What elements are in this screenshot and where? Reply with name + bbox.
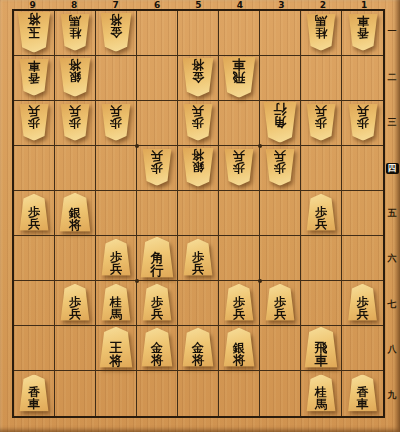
- board-cell[interactable]: 桂馬: [55, 11, 96, 56]
- piece-kanji: 金将: [110, 14, 122, 38]
- board-cell[interactable]: 歩兵: [260, 281, 301, 326]
- board-cell[interactable]: [178, 281, 219, 326]
- shogi-piece-sente[interactable]: 歩兵: [60, 284, 90, 321]
- board-cell[interactable]: 歩兵: [342, 101, 383, 146]
- piece-kanji: 銀将: [233, 341, 245, 365]
- piece-kanji: 金将: [151, 341, 163, 365]
- piece-kanji: 銀将: [69, 59, 81, 83]
- shogi-piece-gote[interactable]: 金将: [100, 13, 132, 52]
- board-cell[interactable]: [137, 56, 178, 101]
- board-cell[interactable]: 歩兵: [14, 101, 55, 146]
- board-cell[interactable]: 歩兵: [96, 236, 137, 281]
- shogi-piece-gote[interactable]: 玉将: [17, 12, 51, 53]
- board-cell[interactable]: [301, 281, 342, 326]
- rank-label: 四: [384, 145, 400, 190]
- rank-label: 一: [384, 9, 400, 54]
- board-cell[interactable]: [219, 236, 260, 281]
- rank-labels: 一二三四五六七八九: [384, 9, 400, 418]
- piece-kanji: 歩兵: [28, 205, 40, 229]
- piece-kanji: 銀将: [69, 206, 81, 230]
- shogi-piece-sente[interactable]: 香車: [19, 374, 49, 411]
- board-cell[interactable]: 香車: [342, 371, 383, 416]
- shogi-piece-gote[interactable]: 飛車: [222, 57, 256, 98]
- shogi-piece-sente[interactable]: 香車: [348, 374, 378, 411]
- shogi-piece-gote[interactable]: 歩兵: [348, 104, 378, 141]
- board-cell[interactable]: [55, 146, 96, 191]
- piece-kanji: 歩兵: [315, 205, 327, 229]
- board-cell[interactable]: [301, 236, 342, 281]
- board-cell[interactable]: 歩兵: [260, 146, 301, 191]
- hoshi-dot: [258, 279, 262, 283]
- board-cell[interactable]: 歩兵: [178, 101, 219, 146]
- board-cell[interactable]: 金将: [178, 56, 219, 101]
- shogi-piece-sente[interactable]: 桂馬: [101, 284, 131, 321]
- shogi-piece-gote[interactable]: 歩兵: [19, 104, 49, 141]
- board-cell[interactable]: [219, 11, 260, 56]
- shogi-piece-gote[interactable]: 歩兵: [183, 104, 213, 141]
- shogi-piece-gote[interactable]: 金将: [182, 58, 214, 97]
- board-cell[interactable]: [137, 191, 178, 236]
- board-cell[interactable]: 香車: [342, 11, 383, 56]
- rank-label-highlight: 四: [386, 163, 399, 174]
- shogi-piece-gote[interactable]: 銀将: [182, 148, 214, 187]
- board-cell[interactable]: [14, 281, 55, 326]
- shogi-piece-sente[interactable]: 歩兵: [101, 239, 131, 276]
- board-cell[interactable]: 歩兵: [55, 101, 96, 146]
- shogi-piece-gote[interactable]: 歩兵: [224, 149, 254, 186]
- board-cell[interactable]: 銀将: [219, 326, 260, 371]
- shogi-piece-gote[interactable]: 銀将: [59, 58, 91, 97]
- board-cell[interactable]: [219, 371, 260, 416]
- board-cell[interactable]: [301, 56, 342, 101]
- shogi-piece-sente[interactable]: 歩兵: [265, 284, 295, 321]
- shogi-piece-gote[interactable]: 香車: [19, 59, 49, 96]
- piece-kanji: 歩兵: [233, 150, 245, 174]
- piece-kanji: 桂馬: [315, 15, 327, 39]
- board-cell[interactable]: [14, 146, 55, 191]
- shogi-piece-sente[interactable]: 歩兵: [306, 194, 336, 231]
- board-cell[interactable]: 桂馬: [96, 281, 137, 326]
- piece-kanji: 香車: [357, 386, 369, 410]
- piece-kanji: 金将: [192, 341, 204, 365]
- board-cell[interactable]: [342, 191, 383, 236]
- piece-kanji: 歩兵: [110, 105, 122, 129]
- board-cell[interactable]: [342, 326, 383, 371]
- board-cell[interactable]: 桂馬: [301, 11, 342, 56]
- board-cell[interactable]: 香車: [14, 56, 55, 101]
- board-cell[interactable]: [96, 191, 137, 236]
- board-cell[interactable]: [137, 101, 178, 146]
- board-cell[interactable]: [178, 11, 219, 56]
- board-cell[interactable]: [342, 236, 383, 281]
- piece-kanji: 歩兵: [192, 250, 204, 274]
- board-cell[interactable]: 歩兵: [219, 281, 260, 326]
- board-cell[interactable]: 歩兵: [301, 191, 342, 236]
- piece-kanji: 歩兵: [274, 150, 286, 174]
- piece-kanji: 歩兵: [233, 295, 245, 319]
- board-cell[interactable]: 玉将: [14, 11, 55, 56]
- piece-kanji: 香車: [28, 386, 40, 410]
- board-cell[interactable]: [55, 326, 96, 371]
- board-cell[interactable]: [342, 56, 383, 101]
- shogi-board: 玉将桂馬金将桂馬香車香車銀将金将飛車歩兵歩兵歩兵歩兵角行歩兵歩兵歩兵銀将歩兵歩兵…: [12, 9, 385, 418]
- board-cell[interactable]: [14, 326, 55, 371]
- hoshi-dot: [135, 144, 139, 148]
- piece-kanji: 玉将: [28, 13, 41, 40]
- shogi-piece-sente[interactable]: 銀将: [59, 193, 91, 232]
- board-cell[interactable]: [55, 371, 96, 416]
- piece-kanji: 金将: [192, 59, 204, 83]
- hoshi-dot: [258, 144, 262, 148]
- shogi-piece-gote[interactable]: 歩兵: [101, 104, 131, 141]
- board-cell[interactable]: 歩兵: [96, 101, 137, 146]
- rank-label: 七: [384, 282, 400, 327]
- board-cell[interactable]: [260, 191, 301, 236]
- shogi-piece-gote[interactable]: 香車: [348, 14, 378, 51]
- board-cell[interactable]: [178, 191, 219, 236]
- shogi-app: 987654321 一二三四五六七八九 玉将桂馬金将桂馬香車香車銀将金将飛車歩兵…: [0, 0, 400, 432]
- board-cell[interactable]: [260, 371, 301, 416]
- board-cell[interactable]: 歩兵: [178, 236, 219, 281]
- board-cell[interactable]: 飛車: [219, 56, 260, 101]
- rank-label: 五: [384, 191, 400, 236]
- board-cell[interactable]: [96, 146, 137, 191]
- board-cell[interactable]: [260, 56, 301, 101]
- board-cell[interactable]: 歩兵: [14, 191, 55, 236]
- board-cell[interactable]: [178, 371, 219, 416]
- shogi-piece-sente[interactable]: 歩兵: [19, 194, 49, 231]
- board-cell[interactable]: [219, 191, 260, 236]
- board-cell[interactable]: [342, 146, 383, 191]
- board-cell[interactable]: 銀将: [55, 56, 96, 101]
- board-cell[interactable]: [260, 326, 301, 371]
- piece-kanji: 桂馬: [69, 15, 81, 39]
- shogi-piece-sente[interactable]: 角行: [140, 237, 174, 278]
- shogi-piece-gote[interactable]: 歩兵: [60, 104, 90, 141]
- piece-kanji: 角行: [274, 103, 287, 129]
- board-cell[interactable]: [260, 11, 301, 56]
- shogi-piece-sente[interactable]: 王将: [99, 327, 133, 368]
- shogi-piece-gote[interactable]: 角行: [263, 102, 297, 143]
- piece-kanji: 歩兵: [69, 295, 81, 319]
- board-cell[interactable]: 歩兵: [137, 281, 178, 326]
- shogi-piece-sente[interactable]: 歩兵: [348, 284, 378, 321]
- shogi-piece-sente[interactable]: 銀将: [223, 328, 255, 367]
- board-cell[interactable]: 角行: [137, 236, 178, 281]
- board-cell[interactable]: [137, 11, 178, 56]
- board-cell[interactable]: [219, 101, 260, 146]
- board-cell[interactable]: 角行: [260, 101, 301, 146]
- board-cell[interactable]: [96, 56, 137, 101]
- shogi-piece-sente[interactable]: 歩兵: [224, 284, 254, 321]
- board-cell[interactable]: 歩兵: [342, 281, 383, 326]
- shogi-piece-sente[interactable]: 歩兵: [183, 239, 213, 276]
- piece-kanji: 歩兵: [274, 295, 286, 319]
- board-cell[interactable]: [260, 236, 301, 281]
- board-cell[interactable]: 歩兵: [137, 146, 178, 191]
- shogi-piece-sente[interactable]: 金将: [141, 328, 173, 367]
- piece-kanji: 飛車: [315, 340, 328, 367]
- piece-kanji: 香車: [28, 60, 40, 84]
- piece-kanji: 歩兵: [28, 105, 40, 129]
- shogi-piece-gote[interactable]: 歩兵: [142, 149, 172, 186]
- shogi-piece-gote[interactable]: 歩兵: [265, 149, 295, 186]
- board-cell[interactable]: 王将: [96, 326, 137, 371]
- shogi-piece-sente[interactable]: 飛車: [304, 327, 338, 368]
- board-cell[interactable]: 金将: [178, 326, 219, 371]
- piece-kanji: 銀将: [192, 149, 204, 173]
- piece-kanji: 歩兵: [151, 295, 163, 319]
- rank-label: 八: [384, 327, 400, 372]
- rank-label: 九: [384, 373, 400, 418]
- piece-kanji: 歩兵: [69, 105, 81, 129]
- shogi-piece-sente[interactable]: 歩兵: [142, 284, 172, 321]
- piece-kanji: 歩兵: [315, 105, 327, 129]
- shogi-piece-gote[interactable]: 桂馬: [306, 14, 336, 51]
- piece-kanji: 飛車: [233, 58, 246, 85]
- board-cell[interactable]: 飛車: [301, 326, 342, 371]
- board-cell[interactable]: 桂馬: [301, 371, 342, 416]
- piece-kanji: 角行: [151, 250, 164, 277]
- board-cell[interactable]: 香車: [14, 371, 55, 416]
- piece-kanji: 歩兵: [151, 150, 163, 174]
- piece-kanji: 桂馬: [110, 295, 122, 319]
- board-cell[interactable]: 金将: [137, 326, 178, 371]
- piece-kanji: 歩兵: [357, 105, 369, 129]
- piece-kanji: 歩兵: [110, 250, 122, 274]
- board-cell[interactable]: 歩兵: [301, 101, 342, 146]
- piece-kanji: 歩兵: [357, 295, 369, 319]
- board-cell[interactable]: [96, 371, 137, 416]
- board-cell[interactable]: [55, 236, 96, 281]
- board-cell[interactable]: [301, 146, 342, 191]
- piece-kanji: 桂馬: [315, 386, 327, 410]
- piece-kanji: 王将: [110, 340, 123, 367]
- board-cell[interactable]: 金将: [96, 11, 137, 56]
- shogi-piece-gote[interactable]: 桂馬: [60, 14, 90, 51]
- board-cell[interactable]: 歩兵: [55, 281, 96, 326]
- shogi-piece-gote[interactable]: 歩兵: [306, 104, 336, 141]
- rank-label: 三: [384, 100, 400, 145]
- shogi-piece-sente[interactable]: 金将: [182, 328, 214, 367]
- shogi-piece-sente[interactable]: 桂馬: [306, 374, 336, 411]
- hoshi-dot: [135, 279, 139, 283]
- rank-label: 六: [384, 236, 400, 281]
- board-cell[interactable]: 歩兵: [219, 146, 260, 191]
- board-cell[interactable]: [137, 371, 178, 416]
- piece-kanji: 香車: [357, 15, 369, 39]
- rank-label: 二: [384, 54, 400, 99]
- board-cell[interactable]: [14, 236, 55, 281]
- board-cell[interactable]: 銀将: [55, 191, 96, 236]
- board-cell[interactable]: 銀将: [178, 146, 219, 191]
- piece-kanji: 歩兵: [192, 105, 204, 129]
